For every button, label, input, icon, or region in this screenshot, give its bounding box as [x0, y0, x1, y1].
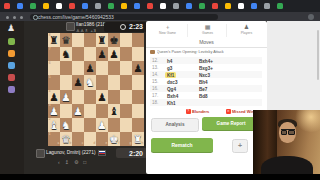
letterbox-bar	[0, 174, 320, 180]
square-d6[interactable]: ♟	[84, 61, 96, 75]
rank-label: 7	[49, 48, 51, 51]
clock-icon	[120, 24, 126, 30]
square-f1[interactable]: f♚	[108, 132, 120, 146]
browser-tab[interactable]	[225, 3, 231, 9]
reload-icon[interactable]	[20, 16, 23, 19]
move-number: 14.	[150, 72, 165, 77]
square-h6[interactable]: ♟	[132, 61, 144, 75]
square-c1[interactable]: c	[72, 132, 84, 146]
square-e7[interactable]: ♟	[96, 47, 108, 61]
square-e4[interactable]: ♟	[96, 90, 108, 104]
browser-tab[interactable]	[69, 3, 75, 9]
square-c3[interactable]: ♟	[72, 104, 84, 118]
move-row: 17.Bxh4Bd8	[150, 92, 262, 99]
rematch-button[interactable]: Rematch	[151, 138, 213, 152]
browser-tab[interactable]	[212, 3, 218, 9]
square-a2[interactable]: 2♝	[48, 118, 60, 132]
piece-black-r-a8: ♜	[49, 34, 58, 46]
square-f3[interactable]: ♝	[108, 104, 120, 118]
browser-tab[interactable]	[186, 3, 192, 9]
square-f4[interactable]	[108, 90, 120, 104]
move-number: 12.	[150, 58, 165, 63]
move-number: 13.	[150, 65, 165, 70]
sidebar-item-learn[interactable]	[8, 62, 15, 69]
opening-name: Queen's Pawn Opening: Levitsky Attack	[157, 50, 224, 54]
game-report-button[interactable]: Game Report	[202, 117, 260, 130]
back-icon[interactable]: ‹	[58, 158, 60, 166]
move-white[interactable]: Kf1	[165, 72, 197, 77]
square-h3[interactable]	[132, 104, 144, 118]
square-a1[interactable]: 1a	[48, 132, 60, 146]
new-game-icon: ＋	[148, 24, 187, 31]
move-row: 12.h4Bxh4+	[150, 57, 262, 64]
rank-label: 4	[49, 90, 51, 93]
rank-label: 8	[49, 34, 51, 37]
square-d5[interactable]: ♞	[84, 75, 96, 89]
browser-tab[interactable]	[134, 3, 140, 9]
avatar[interactable]	[36, 149, 45, 158]
browser-tab[interactable]	[238, 3, 244, 9]
square-h7[interactable]	[132, 47, 144, 61]
address-bar[interactable]: chess.com/live/game/5460942533	[30, 14, 218, 20]
square-d7[interactable]	[84, 47, 96, 61]
browser-tab[interactable]	[173, 3, 179, 9]
blunder-icon: ?	[186, 109, 191, 114]
square-h1[interactable]: h♜	[132, 132, 144, 146]
piece-white-p-b4: ♟	[61, 91, 70, 103]
square-d8[interactable]	[84, 33, 96, 47]
browser-tab[interactable]	[30, 3, 36, 9]
new-game-plus-button[interactable]: +	[232, 139, 248, 153]
layout-icon[interactable]: □	[83, 158, 86, 166]
move-row: 16.Qg4Be7	[150, 85, 262, 92]
settings-icon[interactable]: ⚙	[74, 158, 78, 166]
tab-games[interactable]: ▦Games	[187, 24, 227, 37]
forward-icon[interactable]	[13, 16, 16, 19]
square-g8[interactable]	[120, 33, 132, 47]
square-b5[interactable]	[60, 75, 72, 89]
square-f5[interactable]	[108, 75, 120, 89]
piece-white-n-b2: ♞	[61, 119, 70, 131]
streamer-shoulders	[261, 156, 313, 176]
move-black[interactable]: Bxh4+	[197, 58, 229, 63]
browser-tab[interactable]	[160, 3, 166, 9]
piece-black-p-c5: ♟	[73, 76, 82, 88]
square-a4[interactable]: 4♟	[48, 90, 60, 104]
square-e5[interactable]	[96, 75, 108, 89]
rank-label: 5	[49, 76, 51, 79]
square-g4[interactable]	[120, 90, 132, 104]
move-number: 17.	[150, 93, 165, 98]
browser-tab[interactable]	[56, 3, 62, 9]
missed-win-icon: ✕	[226, 109, 231, 114]
browser-tab[interactable]	[199, 3, 205, 9]
move-white[interactable]: Bxh4	[165, 93, 197, 98]
square-f2[interactable]	[108, 118, 120, 132]
rank-label: 6	[49, 62, 51, 65]
square-d3[interactable]	[84, 104, 96, 118]
piece-white-p-e2: ♟	[97, 119, 106, 131]
move-number: 18.	[150, 100, 165, 105]
piece-black-r-e8: ♜	[97, 34, 106, 46]
move-black[interactable]: Bd8	[197, 93, 229, 98]
move-number: 16.	[150, 86, 165, 91]
piece-black-p-d6: ♟	[85, 62, 94, 74]
square-e3[interactable]	[96, 104, 108, 118]
browser-tab[interactable]	[82, 3, 88, 9]
piece-black-p-a4: ♟	[49, 91, 58, 103]
move-row: 14.Kf1Nxc3	[150, 71, 262, 78]
square-e8[interactable]: ♜	[96, 33, 108, 47]
sidebar-item-watch[interactable]	[8, 74, 15, 81]
square-g1[interactable]: g	[120, 132, 132, 146]
square-a7[interactable]: 7	[48, 47, 60, 61]
players-icon: ♟	[227, 24, 266, 31]
square-h8[interactable]	[132, 33, 144, 47]
rank-label: 1	[49, 133, 51, 136]
square-c2[interactable]	[72, 118, 84, 132]
screenshot-root: chess.com/live/game/5460942533 ♟ Ilan198…	[0, 0, 320, 180]
lock-icon	[33, 15, 38, 20]
games-icon: ▦	[188, 24, 227, 31]
browser-tab[interactable]	[121, 3, 127, 9]
chess-board[interactable]: 8♜♛♜♚7♞♟♟6♟♟5♟♞4♟♟♟3♟♟♝2♝♞♟1ab♛cdef♚gh♜	[48, 33, 144, 146]
move-black[interactable]: Be7	[197, 86, 229, 91]
webcam-overlay	[253, 110, 320, 176]
square-d4[interactable]	[84, 90, 96, 104]
board-action-bar: ‹↥⚙□	[58, 158, 98, 166]
rank-label: 2	[49, 118, 51, 121]
browser-tab[interactable]	[4, 3, 10, 9]
square-b8[interactable]: ♛	[60, 33, 72, 47]
square-d2[interactable]	[84, 118, 96, 132]
share-icon[interactable]: ↥	[65, 158, 69, 166]
piece-white-p-a3: ♟	[49, 105, 58, 117]
square-a6[interactable]: 6	[48, 61, 60, 75]
square-f6[interactable]	[108, 61, 120, 75]
tab-players[interactable]: ♟Players	[226, 24, 266, 37]
square-g2[interactable]	[120, 118, 132, 132]
chesscom-logo[interactable]: ♟	[7, 24, 15, 33]
bottom-player-name[interactable]: Lagunov, Dmitrij (2271)	[46, 150, 106, 156]
square-a5[interactable]: 5	[48, 75, 60, 89]
square-c8[interactable]	[72, 33, 84, 47]
blunders-chip: ?Blunders	[186, 108, 209, 115]
piece-black-k-f8: ♚	[109, 34, 118, 46]
square-a8[interactable]: 8♜	[48, 33, 60, 47]
file-label: h	[142, 142, 144, 145]
square-b4[interactable]: ♟	[60, 90, 72, 104]
browser-tab[interactable]	[108, 3, 114, 9]
square-e2[interactable]: ♟	[96, 118, 108, 132]
piece-black-p-e7: ♟	[97, 48, 106, 60]
move-black[interactable]: Bh4	[197, 79, 229, 84]
sidebar-item-play[interactable]	[8, 38, 15, 45]
page-scrollbar[interactable]	[317, 30, 319, 80]
piece-black-p-e4: ♟	[97, 91, 106, 103]
move-white[interactable]: dxc3	[165, 79, 197, 84]
piece-black-b-f3: ♝	[109, 105, 118, 117]
move-black[interactable]	[197, 100, 229, 105]
square-c4[interactable]	[72, 90, 84, 104]
sidebar-item-puzzles[interactable]	[8, 50, 15, 57]
tab-new-game[interactable]: ＋New Game	[148, 24, 187, 37]
browser-tab[interactable]	[43, 3, 49, 9]
back-icon[interactable]	[6, 16, 9, 19]
square-g3[interactable]	[120, 104, 132, 118]
square-h2[interactable]	[132, 118, 144, 132]
move-white[interactable]: g3	[165, 65, 197, 70]
piece-black-q-b8: ♛	[61, 34, 70, 46]
square-c5[interactable]: ♟	[72, 75, 84, 89]
square-c7[interactable]	[72, 47, 84, 61]
move-white[interactable]: Qg4	[165, 86, 197, 91]
square-b7[interactable]: ♞	[60, 47, 72, 61]
streamer-glasses	[281, 129, 295, 134]
piece-black-p-h6: ♟	[133, 62, 142, 74]
browser-tab[interactable]	[147, 3, 153, 9]
move-black[interactable]: Nxc3	[197, 72, 229, 77]
avatar[interactable]	[66, 22, 75, 31]
bottom-player-flag	[98, 150, 106, 156]
square-d1[interactable]: d	[84, 132, 96, 146]
square-e6[interactable]	[96, 61, 108, 75]
move-row: 15.dxc3Bh4	[150, 78, 262, 85]
piece-white-n-d5: ♞	[85, 76, 94, 88]
move-number: 15.	[150, 79, 165, 84]
square-b1[interactable]: b♛	[60, 132, 72, 146]
browser-tab[interactable]	[264, 3, 270, 9]
square-a3[interactable]: 3♟	[48, 104, 60, 118]
piece-white-p-c3: ♟	[73, 105, 82, 117]
piece-black-n-b7: ♞	[61, 48, 70, 60]
square-e1[interactable]: e	[96, 132, 108, 146]
square-g7[interactable]	[120, 47, 132, 61]
move-list: 12.h4Bxh4+13.g3Bxg3+14.Kf1Nxc315.dxc3Bh4…	[150, 57, 262, 106]
piece-black-p-f7: ♟	[109, 48, 118, 60]
top-player-captured: ♙♙♗ +3	[76, 28, 96, 33]
piece-white-k-f1: ♚	[109, 133, 118, 145]
square-h5[interactable]	[132, 75, 144, 89]
square-b6[interactable]	[60, 61, 72, 75]
square-c6[interactable]	[72, 61, 84, 75]
top-player-clock: 2:23	[104, 22, 147, 32]
opening-row[interactable]: Queen's Pawn Opening: Levitsky Attack	[150, 49, 264, 56]
webcam-lamp-glow	[294, 110, 320, 132]
square-f7[interactable]: ♟	[108, 47, 120, 61]
browser-tab[interactable]	[251, 3, 257, 9]
piece-white-b-a2: ♝	[49, 119, 58, 131]
rank-label: 3	[49, 104, 51, 107]
square-h4[interactable]	[132, 90, 144, 104]
browser-profile-avatar[interactable]	[308, 14, 314, 20]
sidebar-item-more[interactable]	[8, 86, 15, 93]
move-white[interactable]: Kh1	[165, 100, 197, 105]
square-b2[interactable]: ♞	[60, 118, 72, 132]
move-white[interactable]: h4	[165, 58, 197, 63]
browser-tab-strip[interactable]	[0, 0, 320, 12]
bottom-player-clock: 2:20	[116, 148, 147, 158]
browser-tab[interactable]	[95, 3, 101, 9]
moves-header: Moves	[146, 38, 267, 48]
square-f8[interactable]: ♚	[108, 33, 120, 47]
missed-wins-chip: ✕Missed Wins	[226, 108, 256, 115]
square-b3[interactable]	[60, 104, 72, 118]
browser-tab[interactable]	[17, 3, 23, 9]
move-row: 13.g3Bxg3+	[150, 64, 262, 71]
book-icon	[150, 50, 155, 55]
square-g5[interactable]	[120, 75, 132, 89]
square-g6[interactable]	[120, 61, 132, 75]
move-black[interactable]: Bxg3+	[197, 65, 229, 70]
browser-tab[interactable]	[277, 3, 283, 9]
analysis-button[interactable]: Analysis	[151, 118, 199, 132]
move-row: 18.Kh1	[150, 99, 262, 106]
